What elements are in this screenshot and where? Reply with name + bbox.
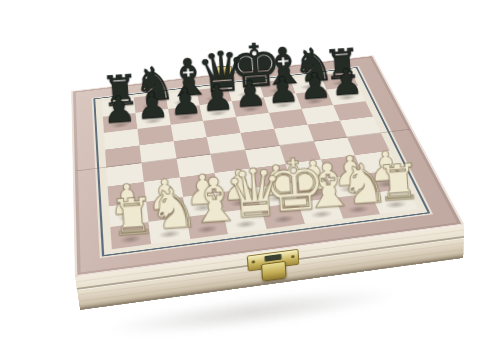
piece-black-pawn-d7[interactable]: ♟ — [200, 78, 235, 116]
square-b6[interactable] — [137, 125, 173, 146]
square-d6[interactable] — [203, 117, 240, 137]
piece-black-pawn-f7[interactable]: ♟ — [265, 71, 300, 109]
brass-latch-icon — [247, 249, 300, 284]
chess-board: ♜♞♝♛♚♝♞♜♟♟♟♟♟♟♟♟♟♟♟♟♟♟♟♟♜♞♝♛♚♝♞♜ — [71, 55, 464, 276]
piece-black-pawn-h7[interactable]: ♟ — [329, 63, 364, 101]
camera-roll-wrapper: ♜♞♝♛♚♝♞♜♟♟♟♟♟♟♟♟♟♟♟♟♟♟♟♟♜♞♝♛♚♝♞♜ — [0, 0, 500, 357]
latch-tab — [261, 261, 287, 282]
piece-black-pawn-e7[interactable]: ♟ — [233, 75, 268, 113]
piece-black-pawn-a7[interactable]: ♟ — [101, 90, 137, 129]
piece-black-pawn-g7[interactable]: ♟ — [297, 67, 332, 105]
chess-box-photo: ♜♞♝♛♚♝♞♜♟♟♟♟♟♟♟♟♟♟♟♟♟♟♟♟♜♞♝♛♚♝♞♜ — [0, 0, 500, 357]
square-a1[interactable]: ♜ — [110, 222, 151, 249]
piece-black-pawn-b7[interactable]: ♟ — [134, 86, 170, 124]
square-a6[interactable] — [104, 129, 139, 150]
piece-black-pawn-c7[interactable]: ♟ — [167, 82, 202, 120]
perspective-wrapper: ♜♞♝♛♚♝♞♜♟♟♟♟♟♟♟♟♟♟♟♟♟♟♟♟♜♞♝♛♚♝♞♜ — [0, 0, 500, 357]
piece-white-rook-a1[interactable]: ♜ — [108, 190, 150, 243]
